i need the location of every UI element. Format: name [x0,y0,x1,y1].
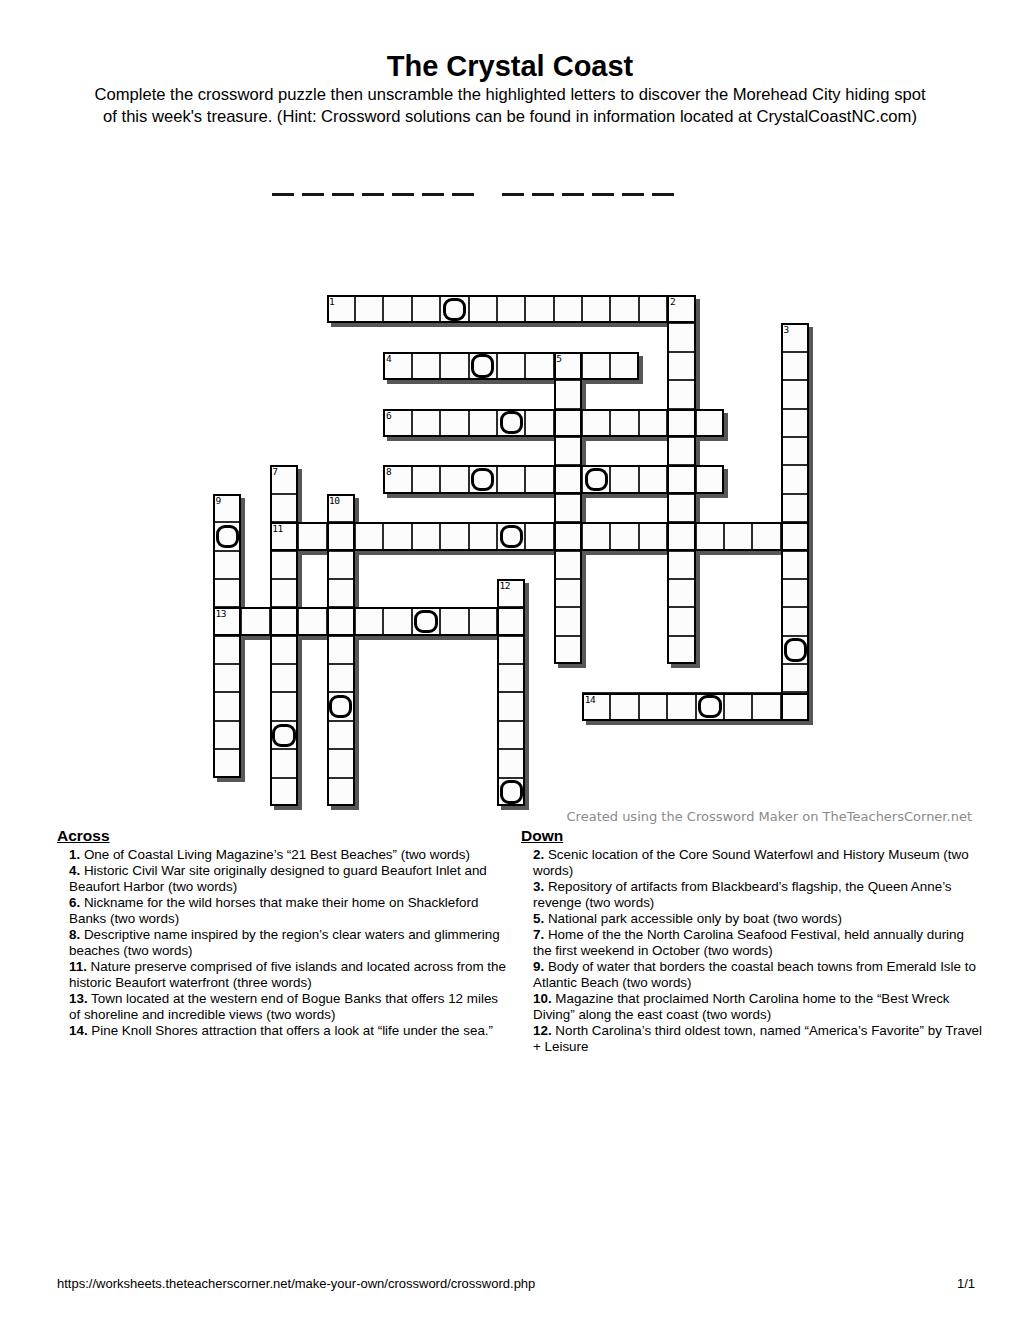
grid-cell [667,465,695,493]
grid-cell [497,749,525,777]
grid-cell [270,607,298,635]
grid-cell [610,352,638,380]
highlight-ring [443,298,466,321]
grid-cell [355,607,383,635]
highlight-ring [272,724,295,747]
highlight-ring [698,695,721,718]
crossword-board: 1234567891011121314 [213,295,809,806]
grid-cell [327,579,355,607]
clue-number: 10 [329,496,339,506]
grid-cell [554,551,582,579]
grid-cell [412,295,440,323]
grid-cell [383,607,411,635]
grid-cell [554,607,582,635]
grid-cell [327,551,355,579]
down-clue-2: 2. Scenic location of the Core Sound Wat… [521,847,983,879]
grid-cell [497,352,525,380]
grid-cell [667,692,695,720]
answer-blank-dash [532,193,554,196]
grid-cell [270,494,298,522]
answer-blank-dash [302,193,324,196]
grid-cell [469,409,497,437]
answer-blank-dash [652,193,674,196]
grid-cell [554,409,582,437]
across-clues-section: Across 1. One of Coastal Living Magazine… [57,828,509,1039]
grid-cell [213,721,241,749]
grid-cell [696,409,724,437]
grid-cell [639,692,667,720]
grid-cell [639,295,667,323]
subtitle-line-2: of this week's treasure. (Hint: Crosswor… [0,106,1020,128]
clue-number: 11 [272,524,282,534]
grid-cell [610,409,638,437]
grid-cell [355,522,383,550]
down-header: Down [521,828,983,844]
grid-cell [781,465,809,493]
grid-cell [213,664,241,692]
grid-cell [213,749,241,777]
grid-cell [270,778,298,806]
grid-cell [497,636,525,664]
highlight-ring [784,638,807,661]
grid-cell [298,522,326,550]
page-title: The Crystal Coast [0,50,1020,83]
grid-cell [497,607,525,635]
grid-cell [270,749,298,777]
grid-cell [383,295,411,323]
grid-cell [554,579,582,607]
worksheet-page: The Crystal Coast Complete the crossword… [0,0,1020,1320]
grid-cell [355,295,383,323]
grid-cell [610,295,638,323]
down-clue-9: 9. Body of water that borders the coasta… [521,959,983,991]
grid-cell [554,380,582,408]
grid-cell [412,522,440,550]
grid-cell [270,636,298,664]
grid-cell [667,437,695,465]
grid-cell [327,721,355,749]
clue-number: 13 [216,609,226,619]
answer-blank-dash [562,193,584,196]
grid-cell [781,664,809,692]
grid-cell [781,494,809,522]
grid-cell [554,437,582,465]
answer-blanks [272,193,682,196]
grid-cell [752,522,780,550]
highlight-ring [585,468,608,491]
grid-cell [525,352,553,380]
grid-cell [497,692,525,720]
answer-blank-dash [622,193,644,196]
grid-cell [327,664,355,692]
grid-cell [440,352,468,380]
clue-number: 3 [784,325,789,335]
grid-cell [497,721,525,749]
grid-cell [554,295,582,323]
grid-cell [610,522,638,550]
grid-cell [667,551,695,579]
grid-cell [440,522,468,550]
grid-cell [554,522,582,550]
grid-cell [525,522,553,550]
grid-cell [667,636,695,664]
grid-cell [781,607,809,635]
down-clue-12: 12. North Carolina’s third oldest town, … [521,1023,983,1055]
down-clue-7: 7. Home of the the North Carolina Seafoo… [521,927,983,959]
grid-cell [469,607,497,635]
footer-page-number: 1/1 [957,1276,975,1291]
grid-cell [241,607,269,635]
grid-cell [213,636,241,664]
grid-cell [781,437,809,465]
grid-cell [469,522,497,550]
grid-cell [667,522,695,550]
grid-cell [440,409,468,437]
clue-number: 8 [386,467,391,477]
highlight-ring [329,695,352,718]
highlight-ring [471,468,494,491]
grid-cell [610,692,638,720]
grid-cell [667,409,695,437]
across-clue-13: 13. Town located at the western end of B… [57,991,509,1023]
grid-cell [781,522,809,550]
across-clue-1: 1. One of Coastal Living Magazine’s “21 … [57,847,509,863]
grid-cell [383,522,411,550]
grid-cell [469,295,497,323]
clue-number: 2 [670,297,675,307]
grid-cell [724,692,752,720]
across-clue-list: 1. One of Coastal Living Magazine’s “21 … [57,847,509,1039]
clue-number: 7 [272,467,277,477]
highlight-ring [216,525,239,548]
grid-cell [582,295,610,323]
grid-cell [497,664,525,692]
across-clue-8: 8. Descriptive name inspired by the regi… [57,927,509,959]
grid-cell [440,607,468,635]
grid-cell [582,522,610,550]
grid-cell [667,579,695,607]
grid-cell [582,409,610,437]
grid-cell [696,465,724,493]
grid-cell [554,636,582,664]
grid-cell [412,409,440,437]
grid-cell [525,295,553,323]
grid-cell [412,352,440,380]
down-clue-list: 2. Scenic location of the Core Sound Wat… [521,847,983,1055]
answer-blank-dash [422,193,444,196]
grid-cell [440,465,468,493]
clue-number: 4 [386,354,391,364]
across-clue-6: 6. Nickname for the wild horses that mak… [57,895,509,927]
grid-cell [412,465,440,493]
answer-blank-dash [272,193,294,196]
grid-cell [781,551,809,579]
grid-cell [270,692,298,720]
answer-blank-dash [392,193,414,196]
across-clue-14: 14. Pine Knoll Shores attraction that of… [57,1023,509,1039]
highlight-ring [500,411,523,434]
answer-blank-dash [452,193,474,196]
grid-cell [327,749,355,777]
credit-line: Created using the Crossword Maker on The… [567,809,972,824]
answer-blank-dash [332,193,354,196]
grid-cell [213,551,241,579]
clue-number: 14 [585,695,595,705]
answer-blank-dash [592,193,614,196]
grid-cell [781,380,809,408]
grid-cell [667,607,695,635]
highlight-ring [500,525,523,548]
grid-cell [781,692,809,720]
grid-cell [639,522,667,550]
clue-number: 9 [216,496,221,506]
grid-cell [667,323,695,351]
grid-cell [554,494,582,522]
answer-blank-dash [502,193,524,196]
grid-cell [327,778,355,806]
grid-cell [525,465,553,493]
grid-cell [667,352,695,380]
grid-cell [497,295,525,323]
down-clues-section: Down 2. Scenic location of the Core Soun… [521,828,983,1055]
grid-cell [667,380,695,408]
page-subtitle: Complete the crossword puzzle then unscr… [0,84,1020,127]
grid-cell [639,409,667,437]
grid-cell [752,692,780,720]
footer-url: https://worksheets.theteacherscorner.net… [57,1276,535,1291]
grid-cell [327,522,355,550]
grid-cell [213,692,241,720]
across-header: Across [57,828,509,844]
grid-cell [781,352,809,380]
grid-cell [327,636,355,664]
clue-number: 5 [556,354,561,364]
down-clue-3: 3. Repository of artifacts from Blackbea… [521,879,983,911]
clue-number: 12 [500,581,510,591]
clue-number: 1 [329,297,334,307]
grid-cell [554,465,582,493]
grid-cell [667,494,695,522]
grid-cell [270,664,298,692]
grid-cell [213,579,241,607]
grid-cell [525,409,553,437]
highlight-ring [500,780,523,803]
answer-blank-dash [362,193,384,196]
grid-cell [610,465,638,493]
grid-cell [639,465,667,493]
grid-cell [497,465,525,493]
grid-cell [582,352,610,380]
grid-cell [696,522,724,550]
highlight-ring [414,610,437,633]
down-clue-10: 10. Magazine that proclaimed North Carol… [521,991,983,1023]
grid-cell [298,607,326,635]
across-clue-11: 11. Nature preserve comprised of five is… [57,959,509,991]
highlight-ring [471,354,494,377]
grid-cell [724,522,752,550]
clue-number: 6 [386,411,391,421]
grid-cell [270,579,298,607]
grid-cell [327,607,355,635]
grid-cell [270,551,298,579]
grid-cell [781,579,809,607]
grid-cell [781,409,809,437]
across-clue-4: 4. Historic Civil War site originally de… [57,863,509,895]
down-clue-5: 5. National park accessible only by boat… [521,911,983,927]
subtitle-line-1: Complete the crossword puzzle then unscr… [0,84,1020,106]
